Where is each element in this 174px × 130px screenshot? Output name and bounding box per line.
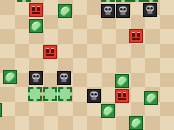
angry-mouth-icon bbox=[132, 38, 140, 40]
piece-red-enemy[interactable] bbox=[43, 45, 57, 59]
skull-icon bbox=[117, 5, 129, 17]
piece-green-block[interactable] bbox=[130, 0, 144, 2]
piece-green-block[interactable] bbox=[43, 87, 57, 101]
angry-mouth-icon bbox=[118, 98, 126, 100]
piece-green-block[interactable] bbox=[116, 0, 130, 2]
piece-red-enemy[interactable] bbox=[29, 3, 43, 17]
piece-gem-tile[interactable] bbox=[101, 104, 115, 118]
emerald-icon bbox=[59, 5, 71, 17]
angry-eye-icon bbox=[46, 48, 49, 53]
piece-gem-tile[interactable] bbox=[29, 19, 43, 33]
piece-red-enemy[interactable] bbox=[115, 89, 129, 103]
emerald-icon bbox=[145, 92, 157, 104]
piece-skull-enemy[interactable] bbox=[101, 4, 115, 18]
piece-green-block[interactable] bbox=[28, 87, 42, 101]
piece-green-block[interactable] bbox=[17, 0, 31, 2]
skull-icon bbox=[102, 5, 114, 17]
piece-skull-enemy[interactable] bbox=[29, 71, 43, 85]
piece-gem-tile[interactable] bbox=[115, 74, 129, 88]
emerald-icon bbox=[0, 104, 1, 116]
emerald-icon bbox=[102, 105, 114, 117]
skull-icon bbox=[30, 72, 42, 84]
angry-eye-icon bbox=[51, 48, 54, 53]
piece-gem-tile[interactable] bbox=[0, 103, 2, 117]
piece-green-block[interactable] bbox=[144, 0, 158, 2]
angry-eye-icon bbox=[137, 32, 140, 37]
angry-eye-icon bbox=[123, 92, 126, 97]
piece-skull-enemy[interactable] bbox=[143, 3, 157, 17]
piece-green-block[interactable] bbox=[58, 87, 72, 101]
angry-mouth-icon bbox=[32, 12, 40, 14]
skull-icon bbox=[58, 72, 70, 84]
skull-icon bbox=[88, 90, 100, 102]
skull-icon bbox=[144, 4, 156, 16]
piece-red-enemy[interactable] bbox=[129, 29, 143, 43]
piece-skull-enemy[interactable] bbox=[87, 89, 101, 103]
game-viewport bbox=[0, 0, 174, 130]
piece-gem-tile[interactable] bbox=[58, 4, 72, 18]
piece-gem-tile[interactable] bbox=[3, 70, 17, 84]
angry-eye-icon bbox=[118, 92, 121, 97]
emerald-icon bbox=[4, 71, 16, 83]
emerald-icon bbox=[30, 20, 42, 32]
piece-green-block[interactable] bbox=[101, 0, 115, 2]
angry-eye-icon bbox=[132, 32, 135, 37]
piece-gem-tile[interactable] bbox=[144, 91, 158, 105]
piece-gem-tile[interactable] bbox=[129, 116, 143, 130]
angry-eye-icon bbox=[37, 6, 40, 11]
angry-eye-icon bbox=[32, 6, 35, 11]
emerald-icon bbox=[116, 75, 128, 87]
pieces-layer bbox=[0, 0, 174, 130]
piece-skull-enemy[interactable] bbox=[57, 71, 71, 85]
angry-mouth-icon bbox=[46, 54, 54, 56]
piece-skull-enemy[interactable] bbox=[116, 4, 130, 18]
emerald-icon bbox=[130, 117, 142, 129]
